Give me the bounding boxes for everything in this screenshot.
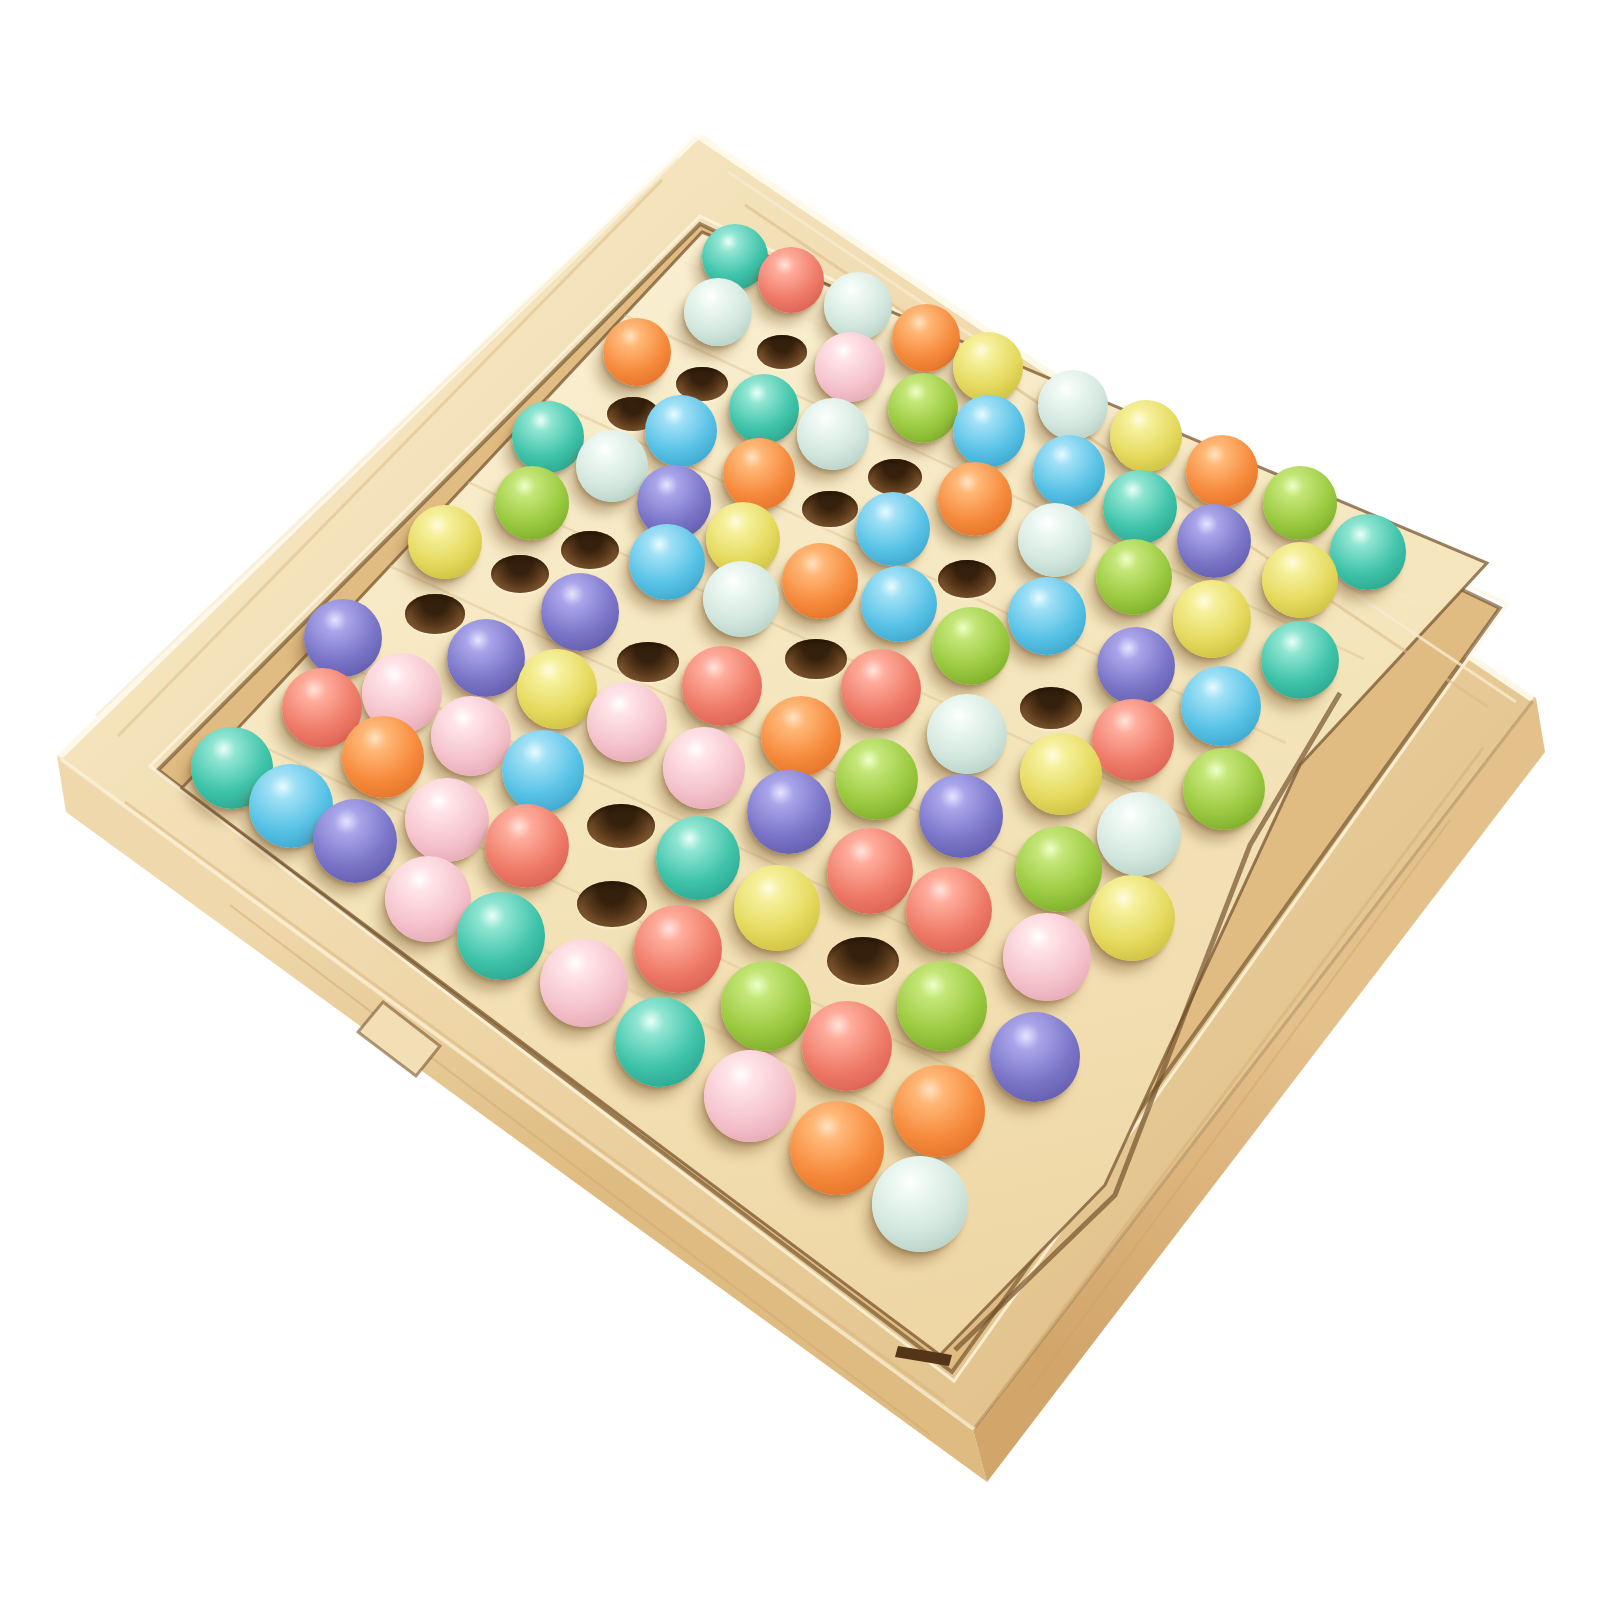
bead-mint[interactable]: [824, 272, 892, 340]
empty-hole: [617, 642, 678, 682]
bead-mint[interactable]: [703, 561, 780, 638]
bead-yellow[interactable]: [1020, 733, 1102, 815]
bead-coral[interactable]: [906, 867, 992, 953]
bead-coral[interactable]: [682, 646, 761, 725]
bead-pink[interactable]: [663, 727, 745, 809]
bead-mint[interactable]: [872, 1156, 968, 1252]
bead-pink[interactable]: [704, 1050, 796, 1142]
bead-pink[interactable]: [540, 939, 629, 1028]
bead-yellow[interactable]: [1262, 542, 1338, 618]
bead-purple[interactable]: [304, 599, 382, 677]
bead-teal[interactable]: [512, 401, 584, 473]
bead-yellow[interactable]: [1089, 875, 1176, 962]
bead-lime[interactable]: [1183, 748, 1266, 831]
bead-skyblue[interactable]: [1033, 435, 1106, 508]
scene: [0, 0, 1601, 1601]
bead-yellow[interactable]: [953, 332, 1022, 401]
bead-lime[interactable]: [721, 961, 810, 1050]
bead-skyblue[interactable]: [645, 395, 716, 466]
bead-coral[interactable]: [841, 649, 920, 728]
bead-mint[interactable]: [797, 398, 869, 470]
bead-purple[interactable]: [747, 770, 830, 853]
bead-purple[interactable]: [1097, 627, 1176, 706]
empty-hole: [561, 531, 618, 569]
empty-hole: [757, 335, 807, 368]
empty-hole: [827, 937, 899, 985]
bead-skyblue[interactable]: [502, 730, 584, 812]
bead-orange[interactable]: [893, 1065, 986, 1158]
bead-orange[interactable]: [790, 1101, 884, 1195]
bead-coral[interactable]: [1092, 699, 1173, 780]
bead-teal[interactable]: [1330, 514, 1405, 589]
bead-pink[interactable]: [815, 332, 884, 401]
bead-teal[interactable]: [729, 374, 800, 445]
bead-coral[interactable]: [827, 828, 912, 913]
bead-teal[interactable]: [457, 892, 544, 979]
bead-yellow[interactable]: [1110, 400, 1182, 472]
bead-yellow[interactable]: [734, 865, 820, 951]
bead-skyblue[interactable]: [856, 492, 930, 566]
bead-pink[interactable]: [1003, 913, 1091, 1001]
bead-orange[interactable]: [938, 462, 1012, 536]
bead-pink[interactable]: [405, 778, 489, 862]
bead-lime[interactable]: [836, 738, 918, 820]
bead-teal[interactable]: [1103, 470, 1177, 544]
empty-hole: [405, 594, 465, 633]
bead-pink[interactable]: [587, 682, 668, 763]
bead-skyblue[interactable]: [861, 566, 938, 643]
bead-purple[interactable]: [919, 774, 1002, 857]
bead-teal[interactable]: [656, 816, 741, 901]
bead-lime[interactable]: [897, 961, 986, 1050]
bead-mint[interactable]: [1038, 370, 1109, 441]
bead-purple[interactable]: [447, 619, 526, 698]
empty-hole: [587, 804, 654, 848]
bead-skyblue[interactable]: [629, 524, 705, 600]
bead-orange[interactable]: [892, 304, 961, 373]
empty-hole: [868, 459, 923, 495]
bead-mint[interactable]: [684, 278, 752, 346]
bead-coral[interactable]: [485, 804, 569, 888]
bead-teal[interactable]: [1261, 621, 1340, 700]
bead-lime[interactable]: [495, 466, 569, 540]
empty-hole: [1020, 687, 1083, 729]
bead-coral[interactable]: [802, 1001, 893, 1092]
bead-lime[interactable]: [1096, 539, 1172, 615]
bead-mint[interactable]: [1097, 792, 1181, 876]
empty-hole: [785, 639, 846, 679]
bead-lime[interactable]: [932, 607, 1010, 685]
bead-lime[interactable]: [1263, 466, 1337, 540]
bead-skyblue[interactable]: [1181, 666, 1261, 746]
bead-teal[interactable]: [615, 997, 705, 1087]
empty-hole: [577, 881, 647, 927]
bead-lime[interactable]: [888, 373, 959, 444]
bead-mint[interactable]: [927, 694, 1008, 775]
bead-purple[interactable]: [313, 799, 397, 883]
bead-skyblue[interactable]: [1008, 577, 1085, 654]
bead-yellow[interactable]: [1173, 580, 1250, 657]
bead-purple[interactable]: [541, 573, 618, 650]
bead-orange[interactable]: [782, 543, 858, 619]
bead-orange[interactable]: [342, 716, 424, 798]
empty-hole: [491, 555, 549, 593]
bead-yellow[interactable]: [517, 649, 596, 728]
bead-skyblue[interactable]: [953, 395, 1024, 466]
bead-orange[interactable]: [1186, 435, 1259, 508]
bead-coral[interactable]: [634, 905, 722, 993]
bead-orange[interactable]: [723, 438, 796, 511]
empty-hole: [938, 560, 996, 598]
empty-hole: [802, 491, 858, 528]
bead-coral[interactable]: [758, 247, 825, 314]
bead-lime[interactable]: [1016, 826, 1101, 911]
bead-purple[interactable]: [990, 1012, 1081, 1103]
